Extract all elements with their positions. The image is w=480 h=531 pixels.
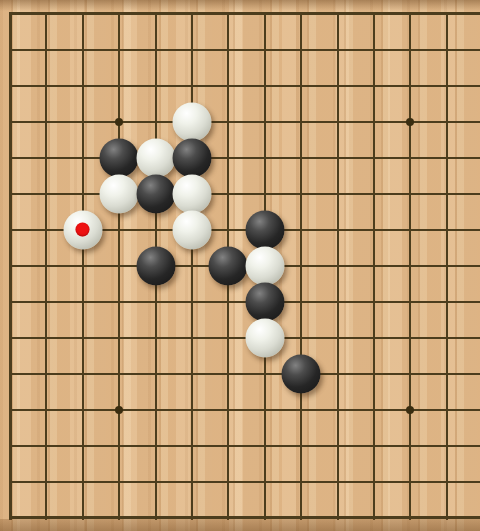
grid-line-v-12 bbox=[446, 13, 448, 520]
grid-line-v-11 bbox=[409, 13, 411, 520]
grid-line-v-0 bbox=[9, 13, 12, 520]
black-stone[interactable] bbox=[100, 138, 139, 177]
last-move-marker bbox=[76, 223, 90, 237]
grid-line-v-10 bbox=[373, 13, 375, 520]
star-point bbox=[115, 406, 123, 414]
go-board-viewport bbox=[0, 0, 480, 531]
board-edge-shadow-bottom bbox=[0, 519, 480, 531]
star-point bbox=[406, 406, 414, 414]
star-point bbox=[406, 118, 414, 126]
grid-line-v-1 bbox=[45, 13, 47, 520]
black-stone[interactable] bbox=[245, 282, 284, 321]
grid-line-v-5 bbox=[191, 13, 193, 520]
grid-line-v-3 bbox=[118, 13, 120, 520]
white-stone[interactable] bbox=[136, 138, 175, 177]
white-stone[interactable] bbox=[245, 246, 284, 285]
white-stone[interactable] bbox=[173, 174, 212, 213]
white-stone[interactable] bbox=[173, 210, 212, 249]
black-stone[interactable] bbox=[136, 174, 175, 213]
white-stone[interactable] bbox=[100, 174, 139, 213]
grid-line-v-2 bbox=[82, 13, 84, 520]
star-point bbox=[115, 118, 123, 126]
white-stone[interactable] bbox=[63, 210, 102, 249]
black-stone[interactable] bbox=[245, 210, 284, 249]
black-stone[interactable] bbox=[282, 354, 321, 393]
black-stone[interactable] bbox=[173, 138, 212, 177]
white-stone[interactable] bbox=[173, 102, 212, 141]
black-stone[interactable] bbox=[136, 246, 175, 285]
board-edge-shadow-top bbox=[0, 0, 480, 11]
white-stone[interactable] bbox=[245, 318, 284, 357]
grid-line-v-9 bbox=[337, 13, 339, 520]
black-stone[interactable] bbox=[209, 246, 248, 285]
go-board[interactable] bbox=[10, 14, 480, 518]
grid-line-v-8 bbox=[300, 13, 302, 520]
